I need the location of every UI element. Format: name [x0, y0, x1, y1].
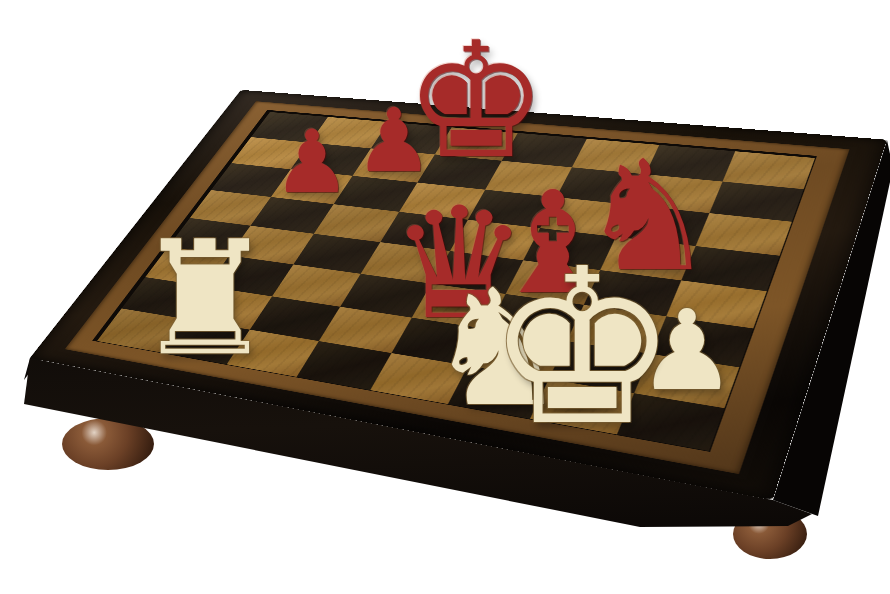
piece-red-pawn-b6[interactable]: ♟: [273, 119, 351, 206]
chess-photo-scene: Antique-style wooden chess board with re…: [0, 0, 890, 594]
piece-red-pawn-c7[interactable]: ♟: [355, 97, 434, 185]
piece-white-king-g1[interactable]: ♚: [486, 240, 679, 455]
piece-white-rook-b1[interactable]: ♜: [135, 220, 276, 377]
